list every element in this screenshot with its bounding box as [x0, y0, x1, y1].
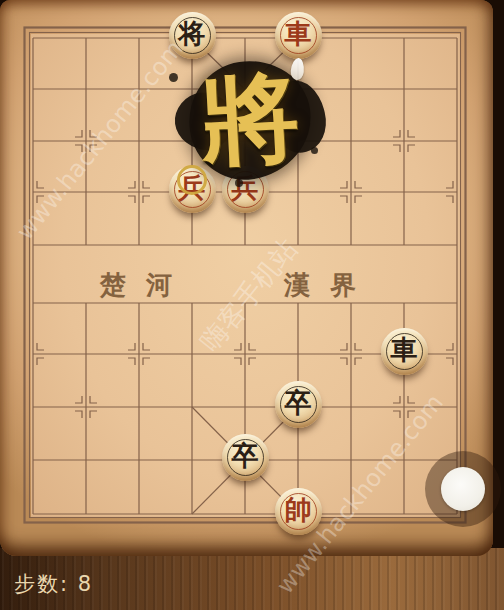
piece-character: 卒 — [222, 434, 269, 481]
move-counter-value: 8 — [78, 572, 93, 596]
move-counter-label: 步数: — [14, 572, 69, 596]
piece-character: 車 — [381, 328, 428, 375]
app-screen: 楚河 漢界 将車兵兵車卒卒帥 將 www.hackhome.com嗨客手机站ww… — [0, 0, 504, 610]
river-label-right: 漢界 — [284, 268, 376, 303]
piece-character: 帥 — [275, 488, 322, 535]
river-label-left: 楚河 — [100, 268, 192, 303]
gold-seal-ring — [177, 165, 207, 195]
piece-black-soldier[interactable]: 卒 — [275, 381, 322, 428]
move-counter: 步数: 8 — [14, 570, 93, 598]
piece-black-chariot[interactable]: 車 — [381, 328, 428, 375]
floating-assistive-button[interactable] — [441, 467, 485, 511]
piece-character: 将 — [169, 12, 216, 59]
piece-black-general[interactable]: 将 — [169, 12, 216, 59]
piece-red-general[interactable]: 帥 — [275, 488, 322, 535]
piece-character: 卒 — [275, 381, 322, 428]
piece-black-soldier[interactable]: 卒 — [222, 434, 269, 481]
